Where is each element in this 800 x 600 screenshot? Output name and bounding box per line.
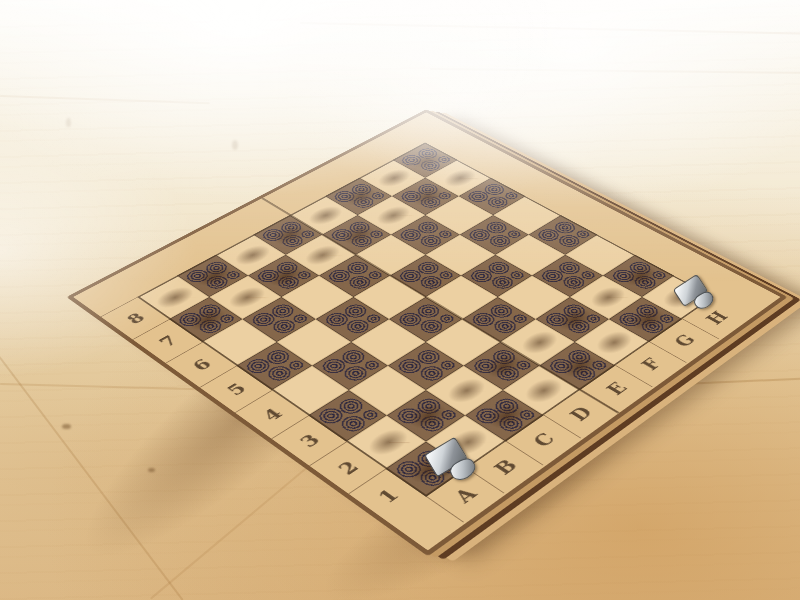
- wood-knot: [66, 118, 71, 127]
- rank-label-5: 5: [200, 366, 271, 412]
- square-b5: [277, 319, 352, 366]
- border-cell-rank-5: 5: [200, 366, 272, 413]
- photo-wooden-chess-set: { "game": "chess", "position": { "fen": …: [0, 0, 800, 600]
- rank-label-6: 6: [166, 342, 236, 387]
- black-pawn-glyph: ♟: [157, 265, 259, 328]
- border-cell-rank-4: 4: [235, 390, 308, 438]
- square-a5: [236, 342, 312, 390]
- square-c5: [316, 297, 389, 342]
- wood-knot: [62, 424, 71, 429]
- rank-label-4: 4: [236, 391, 309, 439]
- board-scene: 87654321ABCDEFGH ♜♞♝♛♚♝♞♜♟♟♟♟♟♟♟♟♟♟♟♟♟♟♟…: [172, 42, 672, 542]
- border-cell-rank-6: 6: [166, 342, 237, 387]
- wood-knot: [148, 468, 155, 472]
- border-cell: [389, 497, 463, 549]
